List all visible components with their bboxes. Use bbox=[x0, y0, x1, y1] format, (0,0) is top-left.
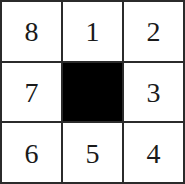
puzzle-board: 8 1 2 7 3 6 5 4 bbox=[0, 0, 185, 184]
tile-number: 6 bbox=[25, 140, 39, 168]
tile-cell[interactable]: 5 bbox=[63, 123, 122, 182]
tile-cell[interactable]: 8 bbox=[2, 2, 61, 61]
tile-number: 1 bbox=[86, 18, 100, 46]
tile-cell[interactable]: 1 bbox=[63, 2, 122, 61]
blank-cell bbox=[63, 63, 122, 122]
tile-number: 2 bbox=[147, 18, 161, 46]
tile-cell[interactable]: 7 bbox=[2, 63, 61, 122]
tile-number: 8 bbox=[25, 18, 39, 46]
tile-number: 5 bbox=[86, 140, 100, 168]
tile-cell[interactable]: 6 bbox=[2, 123, 61, 182]
tile-number: 7 bbox=[25, 79, 39, 107]
tile-cell[interactable]: 3 bbox=[124, 63, 183, 122]
tile-number: 4 bbox=[147, 140, 161, 168]
tile-cell[interactable]: 2 bbox=[124, 2, 183, 61]
tile-cell[interactable]: 4 bbox=[124, 123, 183, 182]
tile-number: 3 bbox=[147, 79, 161, 107]
